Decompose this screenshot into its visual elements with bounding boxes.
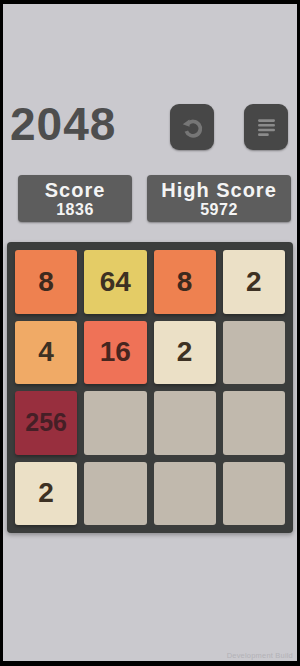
tile-2: 2 [15, 462, 77, 526]
cell-empty [154, 462, 216, 526]
high-score-box: High Score 5972 [147, 175, 291, 222]
watermark-text: Development Build [227, 651, 293, 660]
cell-empty [223, 462, 285, 526]
tile-64: 64 [84, 250, 146, 314]
phone-frame: 2048 Score 1836 [0, 0, 300, 666]
tile-16: 16 [84, 321, 146, 385]
menu-button[interactable] [244, 104, 288, 150]
tile-4: 4 [15, 321, 77, 385]
cell-empty [223, 321, 285, 385]
menu-list-icon [253, 114, 280, 141]
tile-2: 2 [223, 250, 285, 314]
cell-empty [84, 462, 146, 526]
cell-empty [84, 391, 146, 455]
restart-button[interactable] [170, 104, 214, 150]
tile-2: 2 [154, 321, 216, 385]
cell-empty [223, 391, 285, 455]
restart-icon [179, 114, 206, 141]
board-grid[interactable]: 8648241622562 [7, 242, 293, 533]
score-value: 1836 [56, 201, 94, 218]
tile-8: 8 [15, 250, 77, 314]
score-label: Score [45, 179, 106, 201]
tile-8: 8 [154, 250, 216, 314]
high-score-label: High Score [161, 179, 277, 201]
cell-empty [154, 391, 216, 455]
tile-256: 256 [15, 391, 77, 455]
score-box: Score 1836 [18, 175, 132, 222]
game-screen: 2048 Score 1836 [3, 4, 297, 661]
high-score-value: 5972 [200, 201, 238, 218]
app-title: 2048 [10, 101, 116, 147]
